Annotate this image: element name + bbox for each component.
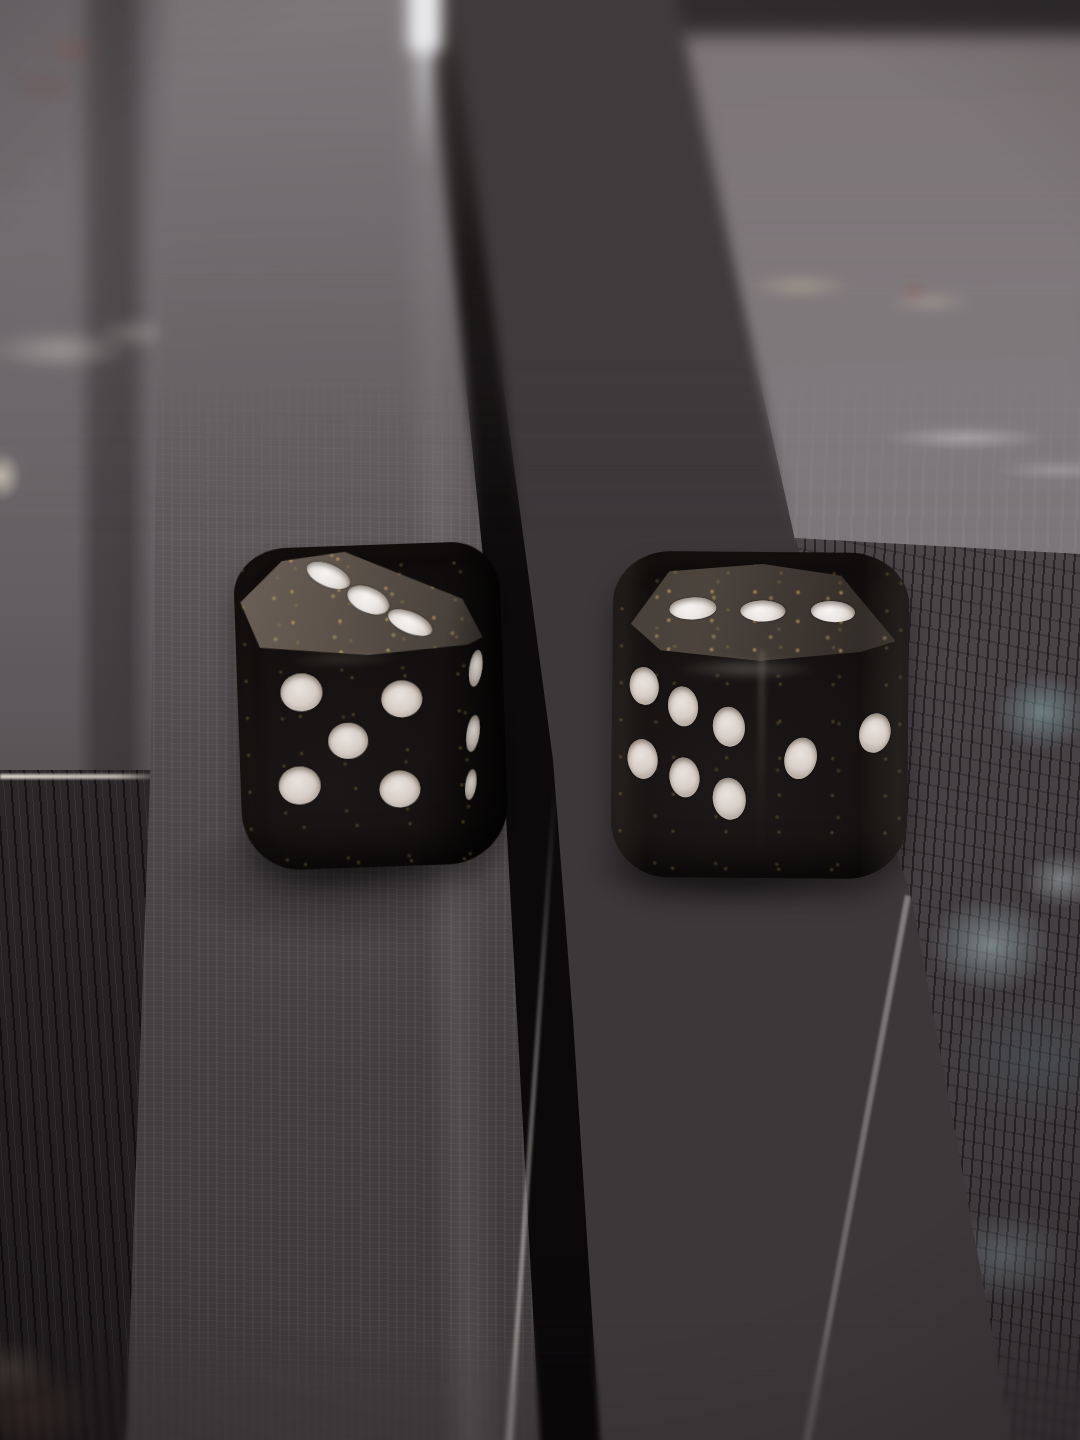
pip: [463, 768, 478, 800]
background-blur-veil-bottom: [0, 1320, 1080, 1440]
left-die-side-pips: [232, 540, 509, 871]
right-die: [611, 551, 910, 880]
pip: [855, 710, 895, 756]
pip: [780, 734, 821, 783]
left-die: [232, 540, 509, 871]
photo-scene: [0, 0, 1080, 1440]
pip: [464, 714, 482, 752]
plank-edge-highlight-left: [0, 774, 166, 779]
right-die-right-pips: [611, 551, 910, 880]
pip: [467, 649, 485, 687]
background-blur-veil-top-extra: [0, 0, 1080, 300]
